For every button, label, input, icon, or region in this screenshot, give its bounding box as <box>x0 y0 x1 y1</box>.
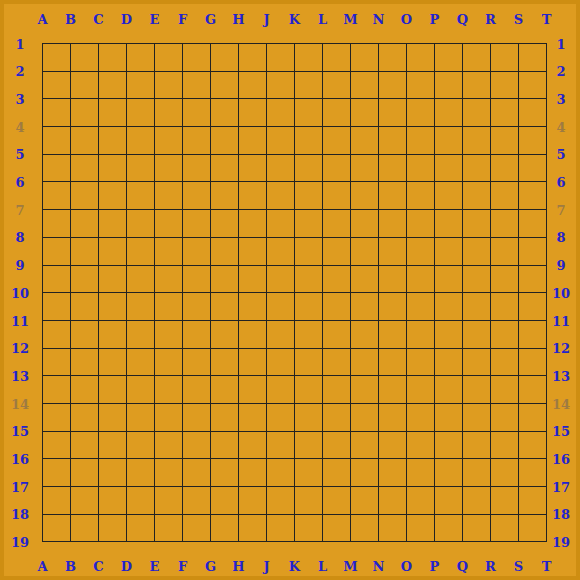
grid-cell <box>378 403 406 431</box>
grid-cell <box>462 292 490 320</box>
grid-cell <box>350 403 378 431</box>
grid-cell <box>294 375 322 403</box>
grid-cell <box>406 154 434 182</box>
grid-cell <box>42 43 70 71</box>
grid-cell <box>322 181 350 209</box>
grid-cell <box>378 209 406 237</box>
grid-cell <box>462 98 490 126</box>
grid-cell <box>378 458 406 486</box>
grid-cell <box>182 209 210 237</box>
row-label-left: 15 <box>11 424 29 439</box>
grid-cell <box>98 71 126 99</box>
row-label-left: 3 <box>15 91 24 106</box>
grid-cell <box>462 375 490 403</box>
grid-cell <box>490 514 518 542</box>
grid-cell <box>490 43 518 71</box>
grid-cell <box>406 403 434 431</box>
grid-cell <box>42 209 70 237</box>
grid-cell <box>42 458 70 486</box>
row-label-right: 19 <box>552 535 570 550</box>
grid-cell <box>42 181 70 209</box>
grid-cell <box>350 486 378 514</box>
grid-cell <box>378 181 406 209</box>
column-label-bottom: T <box>542 559 552 574</box>
grid-cell <box>322 265 350 293</box>
grid-cell <box>210 181 238 209</box>
grid-cell <box>70 98 98 126</box>
column-label-bottom: E <box>150 559 160 574</box>
grid-cell <box>406 181 434 209</box>
grid-cell <box>294 154 322 182</box>
row-label-right: 13 <box>552 368 570 383</box>
grid-cell <box>154 209 182 237</box>
board-grid <box>42 43 547 542</box>
grid-cell <box>182 265 210 293</box>
grid-cell <box>98 375 126 403</box>
grid-cell <box>238 431 266 459</box>
grid-cell <box>70 265 98 293</box>
grid-cell <box>126 154 154 182</box>
grid-cell <box>406 486 434 514</box>
grid-cell <box>518 375 546 403</box>
grid-cell <box>98 320 126 348</box>
grid-cell <box>182 126 210 154</box>
grid-cell <box>434 126 462 154</box>
grid-cell <box>182 320 210 348</box>
grid-cell <box>126 348 154 376</box>
grid-cell <box>434 292 462 320</box>
grid-cell <box>98 514 126 542</box>
row-label-left: 17 <box>11 479 29 494</box>
column-label-bottom: S <box>514 559 523 574</box>
grid-cell <box>182 292 210 320</box>
column-label-bottom: G <box>205 559 216 574</box>
grid-cell <box>210 320 238 348</box>
row-label-left: 1 <box>15 36 24 51</box>
grid-cell <box>154 265 182 293</box>
column-label-bottom: H <box>232 559 244 574</box>
grid-cell <box>490 265 518 293</box>
column-label-top: E <box>150 12 160 27</box>
grid-cell <box>406 514 434 542</box>
grid-cell <box>490 431 518 459</box>
grid-cell <box>434 320 462 348</box>
column-label-top: O <box>401 12 412 27</box>
grid-cell <box>98 265 126 293</box>
grid-cell <box>406 237 434 265</box>
grid-cell <box>126 486 154 514</box>
column-label-top: B <box>65 12 76 27</box>
grid-cell <box>350 181 378 209</box>
grid-cell <box>154 458 182 486</box>
grid-cell <box>154 486 182 514</box>
grid-cell <box>518 154 546 182</box>
grid-cell <box>434 98 462 126</box>
grid-cell <box>154 181 182 209</box>
grid-cell <box>294 403 322 431</box>
grid-cell <box>238 98 266 126</box>
grid-cell <box>98 181 126 209</box>
grid-cell <box>462 181 490 209</box>
column-label-top: P <box>430 12 440 27</box>
grid-cell <box>238 209 266 237</box>
grid-cell <box>182 486 210 514</box>
grid-cell <box>182 458 210 486</box>
grid-cell <box>350 514 378 542</box>
grid-cell <box>210 209 238 237</box>
grid-cell <box>266 71 294 99</box>
grid-cell <box>518 126 546 154</box>
grid-cell <box>378 237 406 265</box>
grid-cell <box>406 431 434 459</box>
grid-cell <box>294 71 322 99</box>
grid-cell <box>126 320 154 348</box>
grid-cell <box>266 237 294 265</box>
grid-cell <box>182 43 210 71</box>
grid-cell <box>266 126 294 154</box>
row-label-right: 1 <box>556 36 565 51</box>
grid-cell <box>490 348 518 376</box>
grid-cell <box>490 292 518 320</box>
row-label-right: 6 <box>556 175 565 190</box>
grid-cell <box>266 292 294 320</box>
grid-cell <box>42 431 70 459</box>
grid-cell <box>98 348 126 376</box>
grid-cell <box>182 403 210 431</box>
grid-cell <box>518 265 546 293</box>
grid-cell <box>350 320 378 348</box>
column-label-bottom: K <box>289 559 300 574</box>
grid-cell <box>322 458 350 486</box>
grid-cell <box>154 154 182 182</box>
grid-cell <box>490 71 518 99</box>
grid-cell <box>406 292 434 320</box>
grid-cell <box>70 514 98 542</box>
grid-cell <box>462 431 490 459</box>
column-label-bottom: O <box>401 559 412 574</box>
grid-cell <box>238 320 266 348</box>
grid-cell <box>518 348 546 376</box>
grid-cell <box>70 43 98 71</box>
grid-cell <box>70 154 98 182</box>
grid-cell <box>126 514 154 542</box>
grid-cell <box>182 98 210 126</box>
grid-cell <box>322 486 350 514</box>
grid-cell <box>322 154 350 182</box>
grid-cell <box>322 375 350 403</box>
grid-cell <box>154 348 182 376</box>
grid-cell <box>210 43 238 71</box>
grid-cell <box>42 403 70 431</box>
grid-cell <box>238 154 266 182</box>
grid-cell <box>126 237 154 265</box>
grid-cell <box>238 375 266 403</box>
grid-cell <box>434 348 462 376</box>
column-label-top: Q <box>457 12 468 27</box>
grid-cell <box>518 71 546 99</box>
grid-cell <box>322 320 350 348</box>
grid-cell <box>266 403 294 431</box>
grid-cell <box>98 292 126 320</box>
grid-cell <box>42 237 70 265</box>
column-label-bottom: D <box>121 559 132 574</box>
grid-cell <box>406 348 434 376</box>
grid-cell <box>42 486 70 514</box>
grid-cell <box>70 320 98 348</box>
grid-cell <box>462 458 490 486</box>
grid-cell <box>350 71 378 99</box>
column-label-bottom: B <box>65 559 76 574</box>
grid-cell <box>322 71 350 99</box>
grid-cell <box>42 320 70 348</box>
grid-cell <box>406 320 434 348</box>
grid-cell <box>518 320 546 348</box>
grid-cell <box>518 514 546 542</box>
grid-cell <box>378 154 406 182</box>
grid-cell <box>126 209 154 237</box>
grid-cell <box>210 265 238 293</box>
grid-cell <box>294 181 322 209</box>
grid-cell <box>70 292 98 320</box>
grid-cell <box>98 126 126 154</box>
grid-cell <box>126 43 154 71</box>
column-label-bottom: F <box>178 559 187 574</box>
grid-cell <box>98 237 126 265</box>
column-label-top: D <box>121 12 132 27</box>
grid-cell <box>210 292 238 320</box>
grid-cell <box>490 237 518 265</box>
grid-cell <box>322 403 350 431</box>
column-label-bottom: M <box>343 559 357 574</box>
column-label-bottom: C <box>93 559 103 574</box>
grid-cell <box>434 154 462 182</box>
grid-cell <box>518 181 546 209</box>
grid-cell <box>98 458 126 486</box>
grid-cell <box>518 237 546 265</box>
grid-cell <box>490 98 518 126</box>
column-label-top: K <box>289 12 300 27</box>
grid-cell <box>126 292 154 320</box>
grid-cell <box>238 126 266 154</box>
grid-cell <box>266 431 294 459</box>
grid-cell <box>238 71 266 99</box>
row-label-left: 6 <box>15 175 24 190</box>
column-label-top: A <box>37 12 47 27</box>
grid-cell <box>126 375 154 403</box>
grid-cell <box>238 292 266 320</box>
grid-cell <box>434 403 462 431</box>
grid-cell <box>322 514 350 542</box>
grid-cell <box>238 237 266 265</box>
grid-cell <box>126 71 154 99</box>
grid-cell <box>350 126 378 154</box>
grid-cell <box>378 514 406 542</box>
column-label-bottom: N <box>373 559 385 574</box>
grid-cell <box>70 375 98 403</box>
grid-cell <box>378 71 406 99</box>
grid-cell <box>70 403 98 431</box>
grid-cell <box>406 71 434 99</box>
column-label-top: F <box>178 12 187 27</box>
grid-cell <box>238 181 266 209</box>
grid-cell <box>406 98 434 126</box>
grid-cell <box>182 71 210 99</box>
grid-cell <box>210 154 238 182</box>
grid-cell <box>462 237 490 265</box>
row-label-right: 5 <box>556 147 565 162</box>
grid-cell <box>182 348 210 376</box>
grid-cell <box>266 486 294 514</box>
grid-cell <box>462 154 490 182</box>
grid-cell <box>210 237 238 265</box>
grid-cell <box>42 154 70 182</box>
grid-cell <box>294 458 322 486</box>
grid-cell <box>490 320 518 348</box>
grid-cell <box>238 486 266 514</box>
grid-cell <box>294 98 322 126</box>
grid-cell <box>266 458 294 486</box>
column-label-top: N <box>373 12 385 27</box>
grid-cell <box>98 431 126 459</box>
grid-cell <box>154 98 182 126</box>
row-label-right: 14 <box>552 396 570 411</box>
grid-cell <box>350 98 378 126</box>
grid-cell <box>154 292 182 320</box>
grid-cell <box>462 403 490 431</box>
grid-cell <box>98 486 126 514</box>
column-label-top: H <box>232 12 244 27</box>
row-label-left: 4 <box>15 119 24 134</box>
grid-cell <box>294 237 322 265</box>
grid-cell <box>98 98 126 126</box>
grid-cell <box>42 514 70 542</box>
grid-cell <box>42 71 70 99</box>
grid-cell <box>294 209 322 237</box>
grid-cell <box>406 43 434 71</box>
grid-cell <box>42 126 70 154</box>
grid-cell <box>434 181 462 209</box>
grid-cell <box>378 320 406 348</box>
grid-cell <box>154 320 182 348</box>
grid-cell <box>378 431 406 459</box>
grid-cell <box>490 375 518 403</box>
grid-cell <box>294 431 322 459</box>
grid-cell <box>350 237 378 265</box>
grid-cell <box>266 265 294 293</box>
grid-cell <box>322 126 350 154</box>
grid-cell <box>154 71 182 99</box>
grid-cell <box>490 486 518 514</box>
grid-cell <box>378 375 406 403</box>
grid-cell <box>518 43 546 71</box>
grid-cell <box>238 458 266 486</box>
grid-cell <box>518 98 546 126</box>
column-label-top: M <box>343 12 357 27</box>
grid-cell <box>210 403 238 431</box>
grid-cell <box>434 486 462 514</box>
grid-cell <box>42 265 70 293</box>
grid-cell <box>490 458 518 486</box>
row-label-left: 18 <box>11 507 29 522</box>
grid-cell <box>182 237 210 265</box>
grid-cell <box>406 209 434 237</box>
grid-cell <box>294 486 322 514</box>
grid-cell <box>266 209 294 237</box>
grid-cell <box>238 403 266 431</box>
grid-cell <box>434 265 462 293</box>
grid-cell <box>462 43 490 71</box>
grid-cell <box>210 375 238 403</box>
grid-cell <box>462 71 490 99</box>
grid-cell <box>154 126 182 154</box>
grid-cell <box>126 265 154 293</box>
column-label-bottom: P <box>430 559 440 574</box>
grid-cell <box>98 154 126 182</box>
grid-cell <box>154 431 182 459</box>
grid-cell <box>266 98 294 126</box>
row-label-right: 9 <box>556 258 565 273</box>
row-label-right: 17 <box>552 479 570 494</box>
row-label-left: 7 <box>15 202 24 217</box>
grid-cell <box>210 431 238 459</box>
grid-cell <box>294 292 322 320</box>
grid-cell <box>210 458 238 486</box>
grid-cell <box>70 237 98 265</box>
row-label-left: 5 <box>15 147 24 162</box>
row-label-left: 16 <box>11 452 29 467</box>
row-label-left: 13 <box>11 368 29 383</box>
grid-cell <box>434 209 462 237</box>
grid-cell <box>182 154 210 182</box>
row-label-right: 2 <box>556 64 565 79</box>
grid-cell <box>266 154 294 182</box>
grid-cell <box>126 431 154 459</box>
grid-cell <box>154 43 182 71</box>
grid-cell <box>182 181 210 209</box>
row-label-left: 2 <box>15 64 24 79</box>
grid-cell <box>378 486 406 514</box>
grid-cell <box>350 431 378 459</box>
row-label-right: 4 <box>556 119 565 134</box>
grid-cell <box>238 514 266 542</box>
column-label-top: S <box>514 12 523 27</box>
row-label-left: 19 <box>11 535 29 550</box>
row-label-right: 18 <box>552 507 570 522</box>
grid-cell <box>518 209 546 237</box>
grid-cell <box>294 320 322 348</box>
grid-cell <box>266 43 294 71</box>
grid-cell <box>210 486 238 514</box>
grid-cell <box>462 265 490 293</box>
grid-cell <box>70 71 98 99</box>
grid-cell <box>266 375 294 403</box>
column-label-bottom: J <box>263 559 269 574</box>
grid-cell <box>126 98 154 126</box>
column-label-bottom: R <box>485 559 496 574</box>
grid-cell <box>154 403 182 431</box>
row-label-left: 12 <box>11 341 29 356</box>
grid-cell <box>434 375 462 403</box>
grid-cell <box>490 126 518 154</box>
row-label-right: 15 <box>552 424 570 439</box>
grid-cell <box>434 43 462 71</box>
grid-cell <box>210 98 238 126</box>
grid-cell <box>378 265 406 293</box>
grid-cell <box>182 514 210 542</box>
grid-cell <box>210 348 238 376</box>
grid-cell <box>294 265 322 293</box>
column-label-top: C <box>93 12 103 27</box>
